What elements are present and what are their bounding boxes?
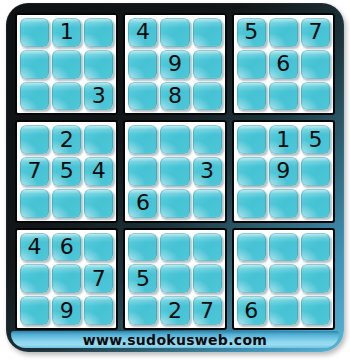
- cell-r8c3[interactable]: 7: [84, 264, 113, 293]
- cell-r9c1[interactable]: [20, 296, 49, 325]
- cell-r3c2[interactable]: [52, 82, 81, 111]
- cell-r6c7[interactable]: [237, 189, 266, 218]
- cell-r2c3[interactable]: [84, 50, 113, 79]
- cell-r4c2[interactable]: 2: [52, 125, 81, 154]
- cell-r5c7[interactable]: [237, 157, 266, 186]
- cell-r5c4[interactable]: [128, 157, 157, 186]
- cell-r3c1[interactable]: [20, 82, 49, 111]
- cell-r1c6[interactable]: [193, 18, 222, 47]
- cell-r8c4[interactable]: 5: [128, 264, 157, 293]
- cell-r5c3[interactable]: 4: [84, 157, 113, 186]
- cell-r9c4[interactable]: [128, 296, 157, 325]
- cell-r1c9[interactable]: 7: [301, 18, 330, 47]
- cell-r4c1[interactable]: [20, 125, 49, 154]
- cell-r2c9[interactable]: [301, 50, 330, 79]
- cell-r8c7[interactable]: [237, 264, 266, 293]
- cell-r4c5[interactable]: [160, 125, 189, 154]
- cell-r5c2[interactable]: 5: [52, 157, 81, 186]
- cell-r4c9[interactable]: 5: [301, 125, 330, 154]
- cell-r4c4[interactable]: [128, 125, 157, 154]
- cell-r5c9[interactable]: [301, 157, 330, 186]
- cell-r9c2[interactable]: 9: [52, 296, 81, 325]
- cell-r8c6[interactable]: [193, 264, 222, 293]
- cell-r6c6[interactable]: [193, 189, 222, 218]
- sudoku-page: 1349857627543615946795276 www.sudokusweb…: [0, 0, 350, 360]
- cell-r7c9[interactable]: [301, 233, 330, 262]
- cell-r9c7[interactable]: 6: [237, 296, 266, 325]
- cell-r2c6[interactable]: [193, 50, 222, 79]
- cell-r5c8[interactable]: 9: [269, 157, 298, 186]
- box-2-1: 2754: [15, 120, 118, 222]
- cell-r8c1[interactable]: [20, 264, 49, 293]
- cell-r7c5[interactable]: [160, 233, 189, 262]
- cell-r7c4[interactable]: [128, 233, 157, 262]
- cell-r1c8[interactable]: [269, 18, 298, 47]
- cell-r7c3[interactable]: [84, 233, 113, 262]
- cell-r4c3[interactable]: [84, 125, 113, 154]
- cell-r3c3[interactable]: 3: [84, 82, 113, 111]
- cell-r2c8[interactable]: 6: [269, 50, 298, 79]
- cell-r6c4[interactable]: 6: [128, 189, 157, 218]
- cell-r3c9[interactable]: [301, 82, 330, 111]
- box-1-1: 13: [15, 13, 118, 115]
- cell-r8c9[interactable]: [301, 264, 330, 293]
- cell-r7c1[interactable]: 4: [20, 233, 49, 262]
- box-2-3: 159: [232, 120, 335, 222]
- cell-r2c5[interactable]: 9: [160, 50, 189, 79]
- cell-r3c6[interactable]: [193, 82, 222, 111]
- cell-r2c4[interactable]: [128, 50, 157, 79]
- cell-r8c2[interactable]: [52, 264, 81, 293]
- cell-r6c2[interactable]: [52, 189, 81, 218]
- cell-r4c6[interactable]: [193, 125, 222, 154]
- cell-r6c8[interactable]: [269, 189, 298, 218]
- box-3-1: 4679: [15, 228, 118, 330]
- box-3-2: 527: [123, 228, 226, 330]
- cell-r6c3[interactable]: [84, 189, 113, 218]
- cell-r7c2[interactable]: 6: [52, 233, 81, 262]
- cell-r9c3[interactable]: [84, 296, 113, 325]
- cell-r3c4[interactable]: [128, 82, 157, 111]
- cell-r7c6[interactable]: [193, 233, 222, 262]
- cell-r3c5[interactable]: 8: [160, 82, 189, 111]
- cell-r4c8[interactable]: 1: [269, 125, 298, 154]
- cell-r2c7[interactable]: [237, 50, 266, 79]
- cell-r3c7[interactable]: [237, 82, 266, 111]
- cell-r5c5[interactable]: [160, 157, 189, 186]
- sudoku-board-frame: 1349857627543615946795276 www.sudokusweb…: [6, 3, 344, 352]
- cell-r1c4[interactable]: 4: [128, 18, 157, 47]
- cell-r9c9[interactable]: [301, 296, 330, 325]
- site-url: www.sudokusweb.com: [83, 332, 267, 348]
- cell-r9c5[interactable]: 2: [160, 296, 189, 325]
- box-1-2: 498: [123, 13, 226, 115]
- cell-r9c6[interactable]: 7: [193, 296, 222, 325]
- cell-r1c2[interactable]: 1: [52, 18, 81, 47]
- cell-r5c6[interactable]: 3: [193, 157, 222, 186]
- cell-r8c5[interactable]: [160, 264, 189, 293]
- cell-r6c9[interactable]: [301, 189, 330, 218]
- box-1-3: 576: [232, 13, 335, 115]
- box-2-2: 36: [123, 120, 226, 222]
- cell-r6c1[interactable]: [20, 189, 49, 218]
- cell-r7c7[interactable]: [237, 233, 266, 262]
- cell-r4c7[interactable]: [237, 125, 266, 154]
- cell-r9c8[interactable]: [269, 296, 298, 325]
- cell-r1c3[interactable]: [84, 18, 113, 47]
- cell-r1c7[interactable]: 5: [237, 18, 266, 47]
- site-url-bar: www.sudokusweb.com: [11, 331, 339, 348]
- cell-r3c8[interactable]: [269, 82, 298, 111]
- cell-r2c1[interactable]: [20, 50, 49, 79]
- cell-r8c8[interactable]: [269, 264, 298, 293]
- sudoku-grid: 1349857627543615946795276: [15, 13, 335, 330]
- cell-r5c1[interactable]: 7: [20, 157, 49, 186]
- cell-r7c8[interactable]: [269, 233, 298, 262]
- box-3-3: 6: [232, 228, 335, 330]
- cell-r6c5[interactable]: [160, 189, 189, 218]
- cell-r2c2[interactable]: [52, 50, 81, 79]
- cell-r1c5[interactable]: [160, 18, 189, 47]
- cell-r1c1[interactable]: [20, 18, 49, 47]
